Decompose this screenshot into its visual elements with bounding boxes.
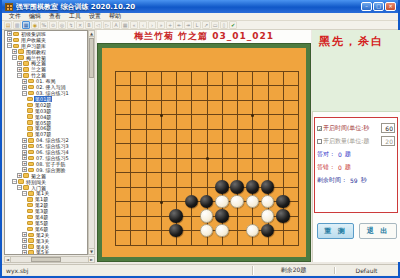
menu-item[interactable]: 编辑 [25,12,45,21]
folder-icon [13,38,19,43]
problem-tree: +初级集训班+用户收藏夹−用户习题库+围棋教程−梅兰竹菊+梅之篇+兰之篇−竹之篇… [4,30,88,255]
rewind-icon[interactable]: ↞ [175,21,183,29]
folder-icon [28,250,34,255]
next-move-icon[interactable]: › [148,21,156,29]
question-count-row: 开启数量(单位:题 [317,135,395,148]
question-count-input[interactable] [381,136,395,146]
scroll-up-icon[interactable]: ▲ [89,31,94,37]
folder-icon [27,97,33,102]
tree-horizontal-scrollbar[interactable]: ◄ ► [4,256,95,263]
minimize-button[interactable]: – [361,2,372,11]
folder-icon [28,91,34,96]
folder-icon [28,144,34,149]
window-title: 强军围棋教室 综合训练 2020.10.20 [16,2,360,12]
app-icon [5,3,13,11]
folder-icon [28,233,34,238]
time-limit-row: ✓ 开启时间(单位:秒 [317,122,395,135]
white-stone [215,195,229,209]
black-stone [276,195,290,209]
collapse-icon[interactable]: − [22,91,27,96]
white-stone [200,209,214,223]
black-stone [230,180,244,194]
collapse-icon[interactable]: − [22,191,27,196]
expand-icon[interactable]: + [22,244,27,249]
expand-icon[interactable]: + [12,49,17,54]
folder-icon [27,126,33,131]
folder-icon [28,79,34,84]
expand-icon[interactable]: + [7,31,12,36]
delete-icon[interactable]: ✕ [76,21,84,29]
black-stone [261,180,275,194]
correct-count-row: 答对： 0 题 [317,148,395,161]
target-icon[interactable]: ◎ [58,21,66,29]
time-limit-label: 开启时间(单位:秒 [323,124,369,133]
folder-icon [27,120,33,125]
expand-icon[interactable]: + [7,37,12,42]
scrollbar-thumb[interactable] [89,38,94,78]
folder-icon [23,67,29,72]
white-stone [200,224,214,238]
scroll-right-icon[interactable]: ► [88,257,94,262]
status-bar: wyx.sbj 剩余20题 Default [2,264,398,275]
panel-icon[interactable]: ▯ [220,21,228,29]
first-move-icon[interactable]: « [130,21,138,29]
expand-icon[interactable]: + [17,61,22,66]
wrong-value: 0 [338,164,342,171]
letter-l-icon[interactable]: L [193,21,201,29]
folder-icon [27,221,33,226]
expand-icon[interactable]: + [17,67,22,72]
remaining-time-label: 剩余时间： [317,176,347,185]
folder-icon [27,108,33,113]
folder-icon [23,173,29,178]
status-file: wyx.sbj [2,267,252,274]
correct-value: 0 [338,151,342,158]
open-folder-icon[interactable]: ▤ [4,21,12,29]
triangle-left-icon[interactable]: ◁ [94,21,102,29]
go-board[interactable] [102,48,306,257]
folder-icon [28,244,34,249]
window-icon[interactable]: ▭ [211,21,219,29]
folder-icon [27,103,33,108]
board-view-icon[interactable]: ▦ [22,21,30,29]
folder-icon [27,203,33,208]
question-count-checkbox[interactable] [317,139,322,144]
window-controls: –□✕ [360,2,396,11]
white-stone [246,195,260,209]
lightning-icon[interactable]: ↯ [67,21,75,29]
prev-move-icon[interactable]: ‹ [139,21,147,29]
black-stone [200,195,214,209]
folder-icon [18,49,24,54]
white-stone [261,195,275,209]
menu-item[interactable]: 帮助 [105,12,125,21]
close-button[interactable]: ✕ [385,2,396,11]
task-prompt: 黑先，杀白 [312,30,400,49]
black-stone [169,209,183,223]
task-box: 黑先，杀白 [312,30,400,112]
percent-icon[interactable]: % [40,21,48,29]
expand-icon[interactable]: + [22,155,27,160]
remaining-time-value: 59 [350,177,358,184]
tree-item[interactable]: +第5关 [5,250,87,255]
tree-item-label[interactable]: 第5关 [35,249,50,255]
scroll-left-icon[interactable]: ◄ [5,257,11,262]
folder-icon [28,168,34,173]
scrollbar-thumb[interactable] [31,257,61,262]
menu-item[interactable]: 文件 [5,12,25,21]
problem-heading: 梅兰竹菊 竹之篇 03_01_021 [97,30,311,43]
folder-icon [28,156,34,161]
folder-icon [23,73,29,78]
tree-vertical-scrollbar[interactable]: ▲ ▼ [88,30,95,255]
expand-icon[interactable]: + [22,238,27,243]
time-limit-input[interactable] [381,123,395,133]
expand-icon[interactable]: + [22,167,27,172]
folder-icon [13,44,19,49]
quiz-settings-box: ✓ 开启时间(单位:秒 开启数量(单位:题 答对： 0 题 答错： 0 题 剩余… [314,117,398,213]
expand-icon[interactable]: + [22,144,27,149]
grid-icon[interactable]: ▦ [121,21,129,29]
white-stone [246,224,260,238]
wrong-unit: 题 [345,163,351,172]
collapse-icon[interactable]: − [12,55,17,60]
expand-icon[interactable]: + [22,138,27,143]
white-stone [261,209,275,223]
expand-icon[interactable]: + [22,85,27,90]
letter-b-icon[interactable]: B [85,21,93,29]
go-board-frame [97,43,311,262]
folder-icon [18,55,24,60]
folder-icon [27,209,33,214]
save-icon[interactable]: ▥ [13,21,21,29]
letter-a-icon[interactable]: A [112,21,120,29]
stone-icon[interactable]: ⊙ [49,21,57,29]
folder-icon [18,179,24,184]
menu-item[interactable]: 工具 [65,12,85,21]
stones-layer [107,64,305,253]
remaining-time-unit: 秒 [361,176,367,185]
question-count-label: 开启数量(单位:题 [323,137,369,146]
correct-unit: 题 [345,150,351,159]
triangle-right-icon[interactable]: ▷ [103,21,111,29]
collapse-icon[interactable]: − [12,179,17,184]
expand-icon[interactable]: + [22,232,27,237]
white-stone [215,224,229,238]
time-limit-checkbox[interactable]: ✓ [317,126,322,131]
status-profile: Default [334,267,398,274]
exit-button[interactable]: 退 出 [359,223,397,239]
status-remaining-count: 剩余20题 [252,266,334,275]
folder-icon [27,197,33,202]
folder-icon [28,150,34,155]
white-stone [230,195,244,209]
black-stone [276,209,290,223]
menu-item[interactable]: 查看 [45,12,65,21]
maximize-button[interactable]: □ [373,2,384,11]
last-move-icon[interactable]: » [157,21,165,29]
collapse-icon[interactable]: − [17,185,22,190]
expand-icon[interactable]: + [22,79,27,84]
wrong-label: 答错： [317,163,335,172]
expand-icon[interactable]: + [22,150,27,155]
folder-icon [28,238,34,243]
correct-label: 答对： [317,150,335,159]
expand-icon[interactable]: + [22,250,27,255]
app-window: 强军围棋教室 综合训练 2020.10.20 –□✕ 文件编辑查看工具设置帮助 … [0,0,400,278]
folder-icon [28,85,34,90]
folder-icon [27,114,33,119]
black-stone [246,180,260,194]
route-icon[interactable]: ↗ [202,21,210,29]
folder-icon [28,162,34,167]
black-stone [215,180,229,194]
menu-bar: 文件编辑查看工具设置帮助 [2,13,398,21]
forward-icon[interactable]: ↠ [184,21,192,29]
retest-button[interactable]: 重 测 [317,223,354,239]
plus-icon[interactable]: + [166,21,174,29]
collapse-icon[interactable]: − [7,43,12,48]
wrong-count-row: 答错： 0 题 [317,161,395,174]
folder-icon [27,227,33,232]
expand-icon[interactable]: + [17,173,22,178]
menu-item[interactable]: 设置 [85,12,105,21]
black-stone [185,195,199,209]
scroll-down-icon[interactable]: ▼ [89,248,94,254]
confirm-icon[interactable]: ✔ [229,21,237,29]
user-icon[interactable]: ◉ [31,21,39,29]
folder-icon [23,185,29,190]
collapse-icon[interactable]: − [17,73,22,78]
folder-icon [28,138,34,143]
remaining-time-row: 剩余时间： 59 秒 [317,174,395,187]
black-stone [215,209,229,223]
folder-icon [27,132,33,137]
folder-icon [13,32,19,37]
folder-icon [27,215,33,220]
folder-icon [23,61,29,66]
toolbar: ▤▥▦◉%⊙◎↯✕B◁▷A▦«‹›»+↞↠L↗▭▯✔ [2,21,398,30]
black-stone [169,224,183,238]
black-stone [261,224,275,238]
expand-icon[interactable]: + [22,161,27,166]
folder-icon [28,191,34,196]
